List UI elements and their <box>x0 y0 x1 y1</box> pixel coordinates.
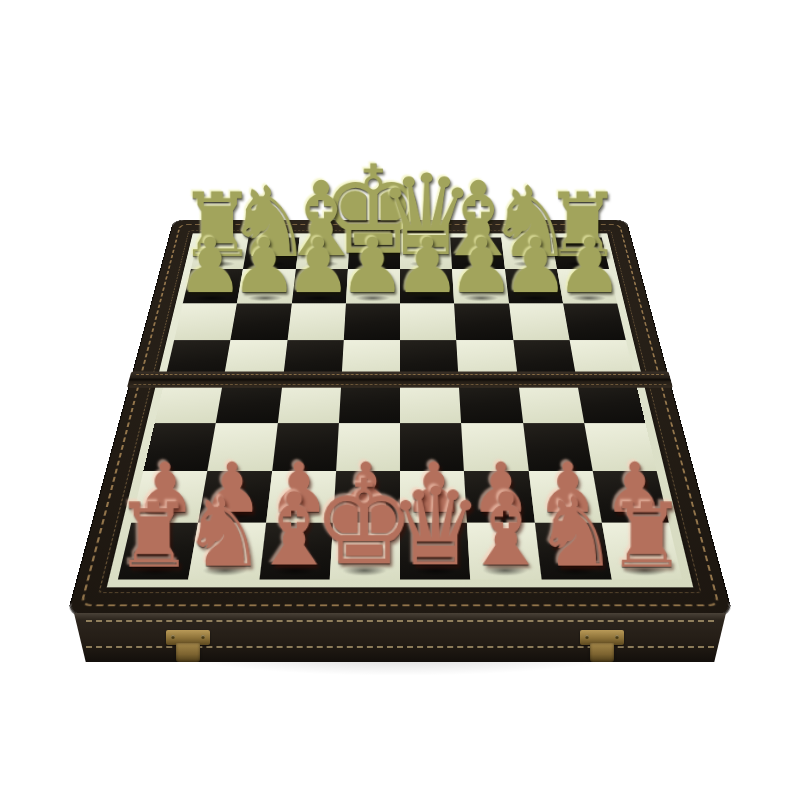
copper-queen: ♛ <box>388 476 483 578</box>
square-g8: ♞ <box>188 523 265 580</box>
case-top-leather: ♜♞♝♚♛♝♞♜♟♟♟♟♟♟♟♟♟♟♟♟♟♟♟♟♜♞♝♚♛♝♞♜ <box>68 220 732 614</box>
square-b3 <box>509 303 570 340</box>
square-a2: ♟ <box>557 269 617 303</box>
fold-hinge <box>127 371 673 387</box>
copper-rook: ♜ <box>607 494 686 579</box>
brass-pawn: ♟ <box>557 230 624 302</box>
square-b8: ♞ <box>534 523 611 580</box>
square-h3 <box>174 303 237 340</box>
board-surface-margin: ♜♞♝♚♛♝♞♜♟♟♟♟♟♟♟♟♟♟♟♟♟♟♟♟♜♞♝♚♛♝♞♜ <box>107 233 693 587</box>
hinge-stitch-top <box>136 374 664 375</box>
square-c2: ♟ <box>452 269 508 303</box>
clasp-screw <box>171 635 175 639</box>
square-a8: ♜ <box>602 523 683 580</box>
square-b2: ♟ <box>505 269 563 303</box>
square-d8: ♛ <box>400 523 471 580</box>
square-h8: ♜ <box>118 523 199 580</box>
copper-knight: ♞ <box>181 487 266 578</box>
square-e2: ♟ <box>346 269 400 303</box>
front-stitch-top <box>86 620 714 622</box>
hinge-stitch-bottom <box>133 384 666 385</box>
square-d2: ♟ <box>400 269 454 303</box>
case-front-panel <box>74 613 726 662</box>
square-g3 <box>231 303 292 340</box>
square-f3 <box>287 303 346 340</box>
square-e3 <box>344 303 400 340</box>
clasp-tongue <box>590 643 614 662</box>
clasp-screw <box>201 635 205 639</box>
clasp-screw <box>615 635 619 639</box>
square-d3 <box>400 303 456 340</box>
clasp-tongue <box>176 643 200 662</box>
square-a3 <box>563 303 626 340</box>
chess-board: ♜♞♝♚♛♝♞♜♟♟♟♟♟♟♟♟♟♟♟♟♟♟♟♟♜♞♝♚♛♝♞♜ <box>118 237 682 579</box>
copper-rook: ♜ <box>114 494 193 579</box>
clasp-screw <box>585 635 589 639</box>
square-c3 <box>454 303 513 340</box>
clasp-left <box>166 630 210 662</box>
clasp-right <box>580 630 624 662</box>
chess-set-photo: ♜♞♝♚♛♝♞♜♟♟♟♟♟♟♟♟♟♟♟♟♟♟♟♟♜♞♝♚♛♝♞♜ <box>0 0 800 800</box>
folding-chess-case-top: ♜♞♝♚♛♝♞♜♟♟♟♟♟♟♟♟♟♟♟♟♟♟♟♟♜♞♝♚♛♝♞♜ <box>68 220 732 614</box>
